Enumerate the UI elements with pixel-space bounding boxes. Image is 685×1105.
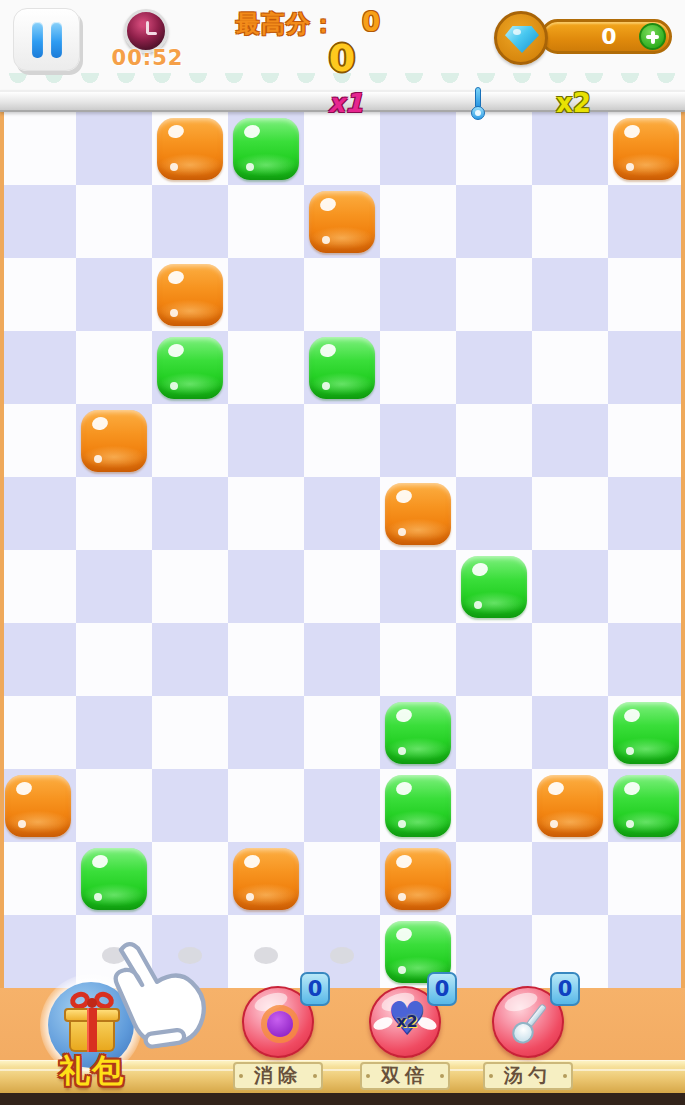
jelly-green[interactable] [81, 848, 147, 910]
eliminate-label: 消除 [233, 1062, 323, 1090]
board-cell [228, 258, 304, 331]
board-cell [152, 331, 228, 404]
jelly-orange[interactable] [385, 483, 451, 545]
board-cell [76, 769, 152, 842]
current-score: 0 [312, 36, 372, 80]
jelly-orange[interactable] [613, 118, 679, 180]
board-cell [380, 258, 456, 331]
board-cell [152, 477, 228, 550]
board-cell [0, 842, 76, 915]
jelly-orange[interactable] [81, 410, 147, 472]
board-cell [76, 185, 152, 258]
diamond-badge [494, 11, 548, 65]
board-cell [152, 112, 228, 185]
jelly-green[interactable] [613, 702, 679, 764]
multiplier-x2-marker: x2 [556, 88, 591, 118]
board-cell [0, 696, 76, 769]
pause-icon [51, 22, 62, 58]
board-cell [152, 404, 228, 477]
jelly-orange[interactable] [537, 775, 603, 837]
board-cell [532, 331, 608, 404]
board-cell [532, 623, 608, 696]
board-cell [608, 769, 684, 842]
board-cell [0, 623, 76, 696]
jelly-orange[interactable] [309, 191, 375, 253]
game-screen: 00:52 最高分： 0 0 0 x1 x2 [0, 0, 685, 1105]
gift-pack-label: 礼包 [28, 1050, 156, 1092]
jelly-orange[interactable] [5, 775, 71, 837]
jelly-green[interactable] [309, 337, 375, 399]
board-cell [380, 331, 456, 404]
jelly-orange[interactable] [233, 848, 299, 910]
jelly-green[interactable] [613, 775, 679, 837]
header: 00:52 最高分： 0 0 0 [0, 0, 685, 90]
board-cell [456, 477, 532, 550]
hint-dot [254, 947, 278, 964]
board-cell [0, 185, 76, 258]
board-cell [456, 258, 532, 331]
board-cell [152, 769, 228, 842]
board-cell [0, 258, 76, 331]
board-cell [228, 185, 304, 258]
jelly-orange[interactable] [157, 264, 223, 326]
board-cell [228, 623, 304, 696]
powerup-spoon-button[interactable]: 0 汤勺 [492, 986, 564, 1058]
board-cell [456, 842, 532, 915]
jelly-green[interactable] [385, 702, 451, 764]
board-cell [608, 404, 684, 477]
board-cell [228, 550, 304, 623]
board-cell [456, 623, 532, 696]
board-cell [380, 404, 456, 477]
board-cell [456, 331, 532, 404]
board-cell [76, 842, 152, 915]
board-cell [532, 404, 608, 477]
board-cell [532, 185, 608, 258]
jelly-orange[interactable] [385, 848, 451, 910]
board-cell [608, 696, 684, 769]
board-cell [608, 112, 684, 185]
board-cell [456, 185, 532, 258]
multiplier-x1-marker: x1 [328, 88, 363, 118]
board-cell [456, 550, 532, 623]
board-cell [456, 915, 532, 988]
board-cell [304, 477, 380, 550]
jelly-green[interactable] [233, 118, 299, 180]
board-cell [228, 112, 304, 185]
board-cell [228, 477, 304, 550]
spoon-label: 汤勺 [483, 1062, 573, 1090]
board-cell [380, 112, 456, 185]
board-cell [0, 769, 76, 842]
gem-count: 0 [589, 24, 629, 49]
board-cell [228, 696, 304, 769]
board-cell [304, 258, 380, 331]
board-cell [152, 550, 228, 623]
board-cell [380, 623, 456, 696]
board-cell [304, 112, 380, 185]
board-cell [380, 550, 456, 623]
board-cell [532, 696, 608, 769]
best-score-value: 0 [362, 7, 380, 37]
jelly-green[interactable] [385, 775, 451, 837]
jelly-green[interactable] [157, 337, 223, 399]
board-cell [380, 696, 456, 769]
powerup-eliminate-button[interactable]: 0 消除 [242, 986, 314, 1058]
board-cell [380, 842, 456, 915]
hand-cursor-icon [93, 929, 216, 1055]
board-cell [152, 842, 228, 915]
board-left-edge [0, 112, 4, 988]
bottom-base [0, 1093, 685, 1105]
board-cell [228, 769, 304, 842]
board-cell [76, 696, 152, 769]
board-cell [532, 477, 608, 550]
board-cell [456, 696, 532, 769]
eliminate-count-badge: 0 [300, 972, 330, 1006]
board-cell [532, 842, 608, 915]
board-cell [76, 112, 152, 185]
board-cell [304, 404, 380, 477]
board-cell [380, 477, 456, 550]
board-cell [608, 185, 684, 258]
jelly-orange[interactable] [157, 118, 223, 180]
board-cell [76, 404, 152, 477]
board-cell [152, 696, 228, 769]
spoon-marker-icon [470, 87, 486, 121]
board-cell [608, 550, 684, 623]
board-cell [228, 842, 304, 915]
board-cell [456, 769, 532, 842]
board-cell [152, 185, 228, 258]
board-cell [608, 623, 684, 696]
hint-dot [330, 947, 354, 964]
board-right-edge [681, 112, 685, 988]
diamond-icon [505, 26, 539, 53]
board-cell [76, 623, 152, 696]
board-cell [380, 769, 456, 842]
board-cell [228, 331, 304, 404]
board-cell [0, 331, 76, 404]
board-cell [304, 550, 380, 623]
board-cell [228, 404, 304, 477]
board-cell [304, 696, 380, 769]
add-gems-button[interactable] [639, 23, 666, 50]
board-cell [76, 477, 152, 550]
multiplier-bar: x1 x2 [0, 90, 685, 112]
board-cell [152, 623, 228, 696]
double-label: 双倍 [360, 1062, 450, 1090]
board-cell [304, 623, 380, 696]
board-cell [76, 550, 152, 623]
board-cell [304, 185, 380, 258]
board-cell [608, 915, 684, 988]
board-cell [76, 331, 152, 404]
board-cell [0, 112, 76, 185]
board-cell [608, 331, 684, 404]
board-cell [76, 258, 152, 331]
board-cell [380, 185, 456, 258]
timer-value: 00:52 [100, 46, 195, 70]
board-cell [532, 112, 608, 185]
pause-icon [32, 22, 43, 58]
board-cell [532, 550, 608, 623]
board-cell [608, 258, 684, 331]
board-cell [0, 550, 76, 623]
pause-button[interactable] [13, 8, 80, 71]
powerup-double-button[interactable]: ♥ x2 0 双倍 [369, 986, 441, 1058]
board-cell [0, 404, 76, 477]
board-cell [304, 842, 380, 915]
double-count-badge: 0 [427, 972, 457, 1006]
board-cell [608, 477, 684, 550]
jelly-green[interactable] [461, 556, 527, 618]
spoon-count-badge: 0 [550, 972, 580, 1006]
gem-counter-bar[interactable]: 0 [540, 19, 672, 54]
board-cell [456, 112, 532, 185]
game-board [0, 112, 684, 988]
board-cell [608, 842, 684, 915]
board-cell [304, 331, 380, 404]
board-cell [152, 258, 228, 331]
board-cell [456, 404, 532, 477]
board-cell [532, 258, 608, 331]
board-cell [0, 477, 76, 550]
board-cell [304, 769, 380, 842]
board-cell [532, 769, 608, 842]
